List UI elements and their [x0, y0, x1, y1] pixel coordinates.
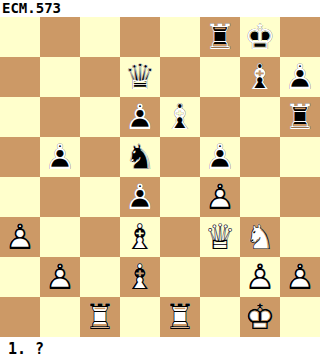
piece-black-pawn-f5[interactable]: ♟♙: [200, 137, 240, 177]
square-e3[interactable]: [160, 217, 200, 257]
square-c3[interactable]: [80, 217, 120, 257]
square-h2[interactable]: ♟♙: [280, 257, 320, 297]
square-a6[interactable]: [0, 97, 40, 137]
square-a4[interactable]: [0, 177, 40, 217]
black-bishop-outline-glyph: ♗: [160, 97, 200, 137]
square-d3[interactable]: ♝♗: [120, 217, 160, 257]
white-bishop-outline-glyph: ♗: [120, 257, 160, 297]
piece-white-bishop-d2[interactable]: ♝♗: [120, 257, 160, 297]
white-pawn-outline-glyph: ♙: [0, 217, 40, 257]
piece-black-king-g8[interactable]: ♚♔: [240, 17, 280, 57]
square-a3[interactable]: ♟♙: [0, 217, 40, 257]
black-pawn-outline-glyph: ♙: [40, 137, 80, 177]
square-f7[interactable]: [200, 57, 240, 97]
square-b3[interactable]: [40, 217, 80, 257]
piece-white-pawn-f4[interactable]: ♟♙: [200, 177, 240, 217]
black-queen-outline-glyph: ♕: [120, 57, 160, 97]
piece-black-rook-f8[interactable]: ♜♖: [200, 17, 240, 57]
square-h8[interactable]: [280, 17, 320, 57]
chess-diagram-window: ECM.573 ♜♖♚♔♛♕♝♗♟♙♟♙♝♗♜♖♟♙♞♘♟♙♟♙♟♙♟♙♝♗♛♕…: [0, 0, 320, 360]
square-e2[interactable]: [160, 257, 200, 297]
square-d4[interactable]: ♟♙: [120, 177, 160, 217]
black-knight-outline-glyph: ♘: [120, 137, 160, 177]
white-pawn-outline-glyph: ♙: [200, 177, 240, 217]
piece-black-pawn-d6[interactable]: ♟♙: [120, 97, 160, 137]
square-g6[interactable]: [240, 97, 280, 137]
square-f6[interactable]: [200, 97, 240, 137]
white-queen-outline-glyph: ♕: [200, 217, 240, 257]
square-e5[interactable]: [160, 137, 200, 177]
square-e8[interactable]: [160, 17, 200, 57]
square-h6[interactable]: ♜♖: [280, 97, 320, 137]
white-bishop-outline-glyph: ♗: [120, 217, 160, 257]
square-a2[interactable]: [0, 257, 40, 297]
square-c1[interactable]: ♜♖: [80, 297, 120, 337]
square-f3[interactable]: ♛♕: [200, 217, 240, 257]
white-rook-outline-glyph: ♖: [80, 297, 120, 337]
piece-black-bishop-g7[interactable]: ♝♗: [240, 57, 280, 97]
white-rook-outline-glyph: ♖: [160, 297, 200, 337]
black-bishop-outline-glyph: ♗: [240, 57, 280, 97]
square-c6[interactable]: [80, 97, 120, 137]
black-rook-outline-glyph: ♖: [280, 97, 320, 137]
square-g8[interactable]: ♚♔: [240, 17, 280, 57]
square-e7[interactable]: [160, 57, 200, 97]
black-king-outline-glyph: ♔: [240, 17, 280, 57]
piece-black-pawn-b5[interactable]: ♟♙: [40, 137, 80, 177]
piece-white-queen-f3[interactable]: ♛♕: [200, 217, 240, 257]
white-pawn-outline-glyph: ♙: [280, 257, 320, 297]
square-g2[interactable]: ♟♙: [240, 257, 280, 297]
square-g7[interactable]: ♝♗: [240, 57, 280, 97]
square-a5[interactable]: [0, 137, 40, 177]
square-h1[interactable]: [280, 297, 320, 337]
square-e6[interactable]: ♝♗: [160, 97, 200, 137]
square-b2[interactable]: ♟♙: [40, 257, 80, 297]
square-g1[interactable]: ♚♔: [240, 297, 280, 337]
square-c5[interactable]: [80, 137, 120, 177]
square-e1[interactable]: ♜♖: [160, 297, 200, 337]
square-g4[interactable]: [240, 177, 280, 217]
piece-white-rook-c1[interactable]: ♜♖: [80, 297, 120, 337]
black-pawn-outline-glyph: ♙: [280, 57, 320, 97]
square-c7[interactable]: [80, 57, 120, 97]
piece-white-pawn-a3[interactable]: ♟♙: [0, 217, 40, 257]
black-pawn-outline-glyph: ♙: [120, 97, 160, 137]
square-f8[interactable]: ♜♖: [200, 17, 240, 57]
square-h5[interactable]: [280, 137, 320, 177]
square-d8[interactable]: [120, 17, 160, 57]
square-f5[interactable]: ♟♙: [200, 137, 240, 177]
square-h7[interactable]: ♟♙: [280, 57, 320, 97]
square-h4[interactable]: [280, 177, 320, 217]
square-b5[interactable]: ♟♙: [40, 137, 80, 177]
piece-white-pawn-h2[interactable]: ♟♙: [280, 257, 320, 297]
square-g3[interactable]: ♞♘: [240, 217, 280, 257]
white-pawn-outline-glyph: ♙: [40, 257, 80, 297]
square-e4[interactable]: [160, 177, 200, 217]
piece-black-queen-d7[interactable]: ♛♕: [120, 57, 160, 97]
square-d2[interactable]: ♝♗: [120, 257, 160, 297]
square-b6[interactable]: [40, 97, 80, 137]
square-f4[interactable]: ♟♙: [200, 177, 240, 217]
square-c4[interactable]: [80, 177, 120, 217]
white-king-outline-glyph: ♔: [240, 297, 280, 337]
piece-white-bishop-d3[interactable]: ♝♗: [120, 217, 160, 257]
square-a8[interactable]: [0, 17, 40, 57]
square-b1[interactable]: [40, 297, 80, 337]
square-a7[interactable]: [0, 57, 40, 97]
black-rook-outline-glyph: ♖: [200, 17, 240, 57]
square-d7[interactable]: ♛♕: [120, 57, 160, 97]
square-c2[interactable]: [80, 257, 120, 297]
white-pawn-outline-glyph: ♙: [240, 257, 280, 297]
square-a1[interactable]: [0, 297, 40, 337]
square-g5[interactable]: [240, 137, 280, 177]
square-b4[interactable]: [40, 177, 80, 217]
square-c8[interactable]: [80, 17, 120, 57]
square-d1[interactable]: [120, 297, 160, 337]
white-knight-outline-glyph: ♘: [240, 217, 280, 257]
piece-white-knight-g3[interactable]: ♞♘: [240, 217, 280, 257]
square-d5[interactable]: ♞♘: [120, 137, 160, 177]
piece-black-pawn-d4[interactable]: ♟♙: [120, 177, 160, 217]
square-h3[interactable]: [280, 217, 320, 257]
black-pawn-outline-glyph: ♙: [200, 137, 240, 177]
square-f1[interactable]: [200, 297, 240, 337]
piece-white-rook-e1[interactable]: ♜♖: [160, 297, 200, 337]
piece-black-pawn-h7[interactable]: ♟♙: [280, 57, 320, 97]
piece-white-king-g1[interactable]: ♚♔: [240, 297, 280, 337]
diagram-title: ECM.573: [0, 0, 320, 17]
square-b8[interactable]: [40, 17, 80, 57]
square-d6[interactable]: ♟♙: [120, 97, 160, 137]
piece-white-pawn-b2[interactable]: ♟♙: [40, 257, 80, 297]
square-f2[interactable]: [200, 257, 240, 297]
move-prompt: 1. ?: [0, 337, 320, 360]
piece-black-rook-h6[interactable]: ♜♖: [280, 97, 320, 137]
piece-white-pawn-g2[interactable]: ♟♙: [240, 257, 280, 297]
square-b7[interactable]: [40, 57, 80, 97]
chess-board: ♜♖♚♔♛♕♝♗♟♙♟♙♝♗♜♖♟♙♞♘♟♙♟♙♟♙♟♙♝♗♛♕♞♘♟♙♝♗♟♙…: [0, 17, 320, 337]
piece-black-knight-d5[interactable]: ♞♘: [120, 137, 160, 177]
piece-black-bishop-e6[interactable]: ♝♗: [160, 97, 200, 137]
black-pawn-outline-glyph: ♙: [120, 177, 160, 217]
